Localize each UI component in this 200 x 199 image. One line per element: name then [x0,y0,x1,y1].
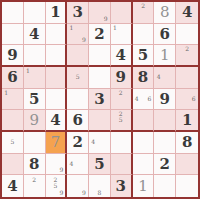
cell-r7c1[interactable]: 5 [2,132,24,154]
given-digit: 5 [29,91,39,107]
pencil-marks: 46 [133,89,154,110]
given-digit: 9 [116,69,126,85]
pencil-slot-9 [124,102,130,108]
given-digit: 5 [138,47,148,63]
cell-r2c8[interactable]: 6 [154,24,176,46]
pencil-slot-8 [184,58,191,64]
given-digit: 4 [116,47,126,63]
cell-r2c4[interactable]: 19 [67,24,89,46]
cell-r1c7[interactable]: 2 [133,2,155,24]
cell-r5c3[interactable] [46,89,68,111]
entered-digit: 1 [160,47,170,63]
pencil-marks: 8 [89,175,110,197]
cell-r5c6[interactable]: 2 [111,89,133,111]
cell-r7c5[interactable]: 4 [89,132,111,154]
pencil-slot-9 [168,80,174,86]
pencil-marks: 1 [24,67,45,88]
cell-r1c4[interactable]: 3 [67,2,89,24]
cell-r8c3[interactable]: 9 [46,154,68,176]
pencil-marks: 2 [111,89,131,110]
pencil-slot-9 [190,102,197,108]
given-digit: 9 [160,91,170,107]
cell-r9c7[interactable]: 1 [133,175,155,197]
cell-r4c3[interactable] [46,67,68,89]
pencil-slot-9 [190,58,197,64]
given-digit: 2 [73,134,83,150]
cell-r9c6[interactable]: 3 [111,175,133,197]
pencil-slot-9 [16,102,22,108]
pencil-marks: 25 [111,110,131,130]
cell-r8c5[interactable]: 5 [89,154,111,176]
given-digit: 6 [160,26,170,42]
pencil-slot-9: 9 [81,37,87,43]
cell-r1c6[interactable] [111,2,133,24]
pencil-marks: 2 [176,45,198,65]
cell-r8c8[interactable]: 2 [154,154,176,176]
cell-r4c2[interactable]: 1 [24,67,46,89]
cell-r2c6[interactable]: 1 [111,24,133,46]
cell-r9c2[interactable]: 2 [24,175,46,197]
cell-r4c1[interactable]: 6 [2,67,24,89]
given-digit: 1 [50,4,60,20]
given-digit: 2 [94,26,104,42]
pencil-slot-9 [16,145,22,151]
cell-r5c8[interactable]: 9 [154,89,176,111]
cell-r5c2[interactable]: 5 [24,89,46,111]
cell-r3c5[interactable] [89,45,111,67]
pencil-marks: 2 [24,175,45,197]
cell-r9c5[interactable]: 8 [89,175,111,197]
cell-r3c1[interactable]: 9 [2,45,24,67]
pencil-slot-9 [81,80,87,86]
given-digit: 3 [94,91,104,107]
cell-r7c4[interactable]: 2 [67,132,89,154]
pencil-slot-9: 9 [103,15,109,21]
cell-r1c5[interactable]: 9 [89,2,111,24]
given-digit: 5 [94,156,104,172]
cell-r4c6[interactable]: 9 [111,67,133,89]
cell-r6c7[interactable] [133,110,155,132]
cell-r7c3[interactable]: 7 [46,132,68,154]
sudoku-board: 1392844192169451261598415324696946251572… [0,0,200,199]
given-digit: 4 [182,4,192,20]
cell-r8c7[interactable] [133,154,155,176]
given-digit: 4 [50,112,60,128]
pencil-slot-9 [37,80,43,86]
entered-digit: 8 [160,4,170,20]
pencil-marks: 2 [133,2,154,23]
cell-r3c6[interactable]: 4 [111,45,133,67]
cell-r2c3[interactable] [46,24,68,46]
pencil-marks: 5 [2,132,23,153]
cell-r5c7[interactable]: 46 [133,89,155,111]
cell-r4c8[interactable]: 4 [154,67,176,89]
pencil-slot-9: 9 [81,189,87,196]
cell-r9c4[interactable]: 9 [67,175,89,197]
cell-r5c5[interactable]: 3 [89,89,111,111]
given-digit: 4 [7,178,17,194]
cell-r3c3[interactable] [46,45,68,67]
pencil-marks: 4 [154,67,175,88]
cell-r4c7[interactable]: 8 [133,67,155,89]
cell-r5c4[interactable] [67,89,89,111]
cell-r4c4[interactable]: 5 [67,67,89,89]
cell-r6c8[interactable] [154,110,176,132]
cell-r1c8[interactable]: 8 [154,2,176,24]
cell-r4c9[interactable] [176,67,198,89]
cell-r2c9[interactable] [176,24,198,46]
cell-r3c7[interactable]: 5 [133,45,155,67]
entered-digit: 1 [138,178,148,194]
given-digit: 6 [73,112,83,128]
pencil-marks: 19 [67,24,88,45]
cell-r8c4[interactable]: 4 [67,154,89,176]
cell-r5c9[interactable]: 6 [176,89,198,111]
cell-r7c8[interactable] [154,132,176,154]
pencil-marks: 9 [89,2,110,23]
given-digit: 4 [29,26,39,42]
pencil-slot-9 [103,145,109,151]
cell-r7c9[interactable]: 8 [176,132,198,154]
cell-r7c2[interactable] [24,132,46,154]
pencil-slot-9: 9 [58,189,64,196]
cell-r1c1[interactable] [2,2,24,24]
given-digit: 8 [138,69,148,85]
entered-digit: 7 [51,134,61,150]
cell-r6c6[interactable]: 25 [111,110,133,132]
cell-r8c6[interactable] [111,154,133,176]
given-digit: 2 [160,156,170,172]
cell-r9c3[interactable]: 259 [46,175,68,197]
pencil-marks: 9 [46,154,66,175]
pencil-marks: 4 [67,154,88,175]
cell-r3c4[interactable] [67,45,89,67]
cell-r6c5[interactable] [89,110,111,132]
pencil-slot-9 [103,189,109,196]
given-digit: 8 [29,156,39,172]
pencil-slot-9: 9 [58,167,64,173]
pencil-marks: 9 [67,175,88,197]
pencil-slot-7 [177,58,184,64]
cell-r6c9[interactable]: 1 [176,110,198,132]
given-digit: 3 [73,4,83,20]
cell-r6c2[interactable]: 9 [24,110,46,132]
pencil-marks: 6 [176,89,198,110]
cell-r2c7[interactable] [133,24,155,46]
cell-r2c2[interactable]: 4 [24,24,46,46]
pencil-slot-9 [81,167,87,173]
cell-r4c5[interactable] [89,67,111,89]
cell-r3c8[interactable]: 1 [154,45,176,67]
cell-r2c1[interactable] [2,24,24,46]
pencil-slot-9 [37,189,43,196]
cell-r3c9[interactable]: 2 [176,45,198,67]
pencil-slot-8 [184,102,191,108]
given-digit: 8 [182,134,192,150]
cell-r1c9[interactable]: 4 [176,2,198,24]
cell-r9c8[interactable] [154,175,176,197]
cell-r8c9[interactable] [176,154,198,176]
pencil-marks: 5 [67,67,88,88]
pencil-slot-9 [146,15,152,21]
given-digit: 1 [182,112,192,128]
pencil-slot-9 [124,37,130,43]
cell-r6c1[interactable] [2,110,24,132]
cell-r1c2[interactable] [24,2,46,24]
pencil-slot-9 [146,102,152,108]
pencil-slot-7 [177,102,184,108]
pencil-marks: 1 [2,89,23,110]
pencil-marks: 4 [89,132,110,153]
given-digit: 9 [7,47,17,63]
given-digit: 3 [116,178,126,194]
sudoku-app: 1392844192169451261598415324696946251572… [0,0,200,199]
pencil-slot-9 [124,123,130,129]
cell-r3c2[interactable] [24,45,46,67]
cell-r2c5[interactable]: 2 [89,24,111,46]
given-digit: 6 [7,69,17,85]
cell-r8c1[interactable] [2,154,24,176]
cell-r1c3[interactable]: 1 [46,2,68,24]
cell-r6c3[interactable]: 4 [46,110,68,132]
cell-r7c7[interactable] [133,132,155,154]
pencil-marks: 1 [111,24,131,45]
cell-r6c4[interactable]: 6 [67,110,89,132]
cell-r8c2[interactable]: 8 [24,154,46,176]
entered-digit: 9 [29,112,39,128]
cell-r9c9[interactable] [176,175,198,197]
cell-r5c1[interactable]: 1 [2,89,24,111]
cell-r7c6[interactable] [111,132,133,154]
pencil-marks: 259 [46,175,66,197]
cell-r9c1[interactable]: 4 [2,175,24,197]
